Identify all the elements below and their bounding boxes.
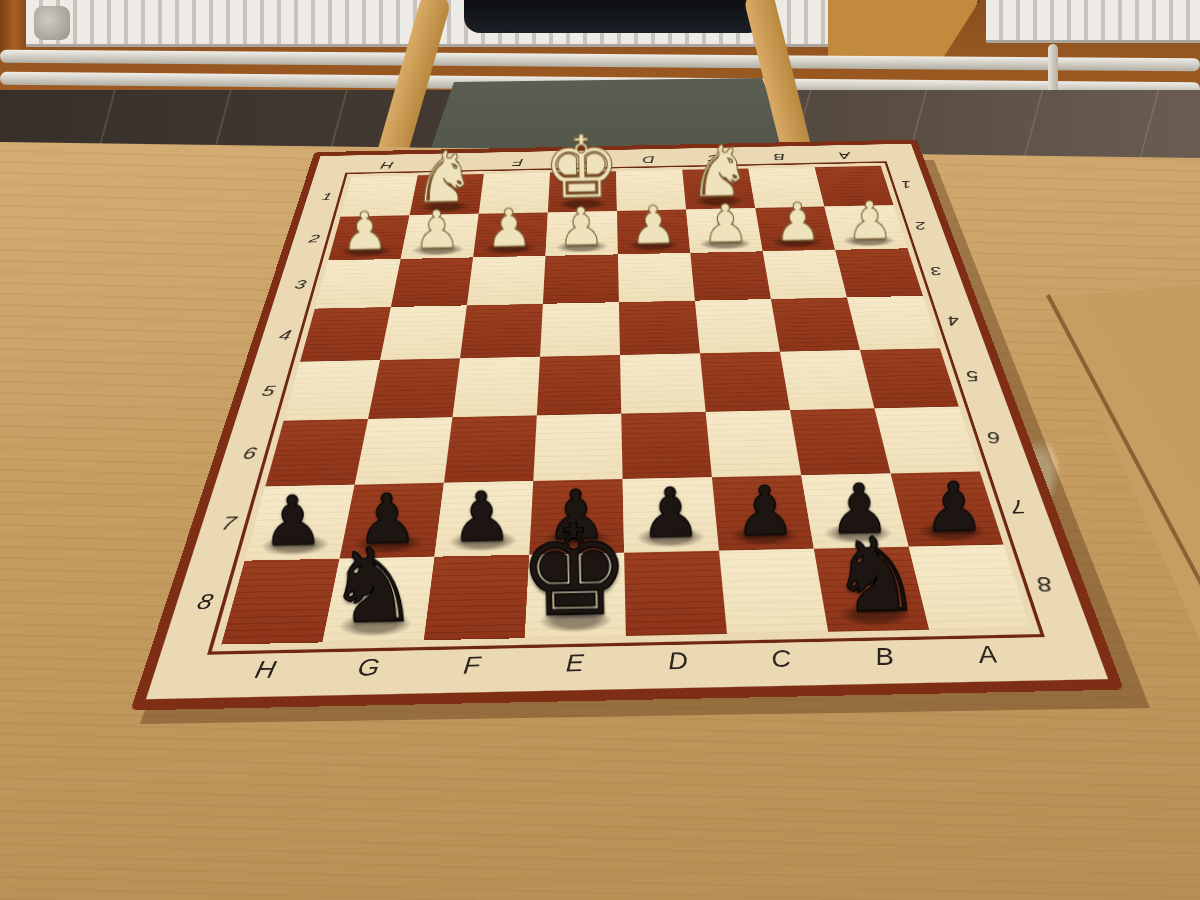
- file-label-bottom-g: G: [312, 640, 424, 695]
- black-knight-g8[interactable]: ♞: [326, 535, 421, 635]
- file-label-bottom-d: D: [626, 634, 732, 689]
- square-c3[interactable]: [690, 251, 771, 300]
- white-pawn-h2[interactable]: ♟: [341, 206, 389, 257]
- square-f3[interactable]: [467, 256, 546, 305]
- file-label-bottom-b: B: [828, 630, 942, 685]
- radiator-right: [986, 0, 1200, 43]
- white-pawn-a2[interactable]: ♟: [846, 195, 894, 246]
- square-h3[interactable]: [315, 259, 401, 309]
- file-label-top-d: D: [616, 149, 683, 172]
- square-f5[interactable]: [452, 357, 540, 417]
- square-c6[interactable]: [706, 410, 802, 477]
- board-corner: [874, 144, 919, 166]
- black-king-e8[interactable]: ♚: [517, 509, 632, 631]
- black-pawn-f7[interactable]: ♟: [450, 484, 513, 550]
- rank-label-right-5: 5: [940, 347, 1007, 406]
- white-pawn-d2[interactable]: ♟: [629, 200, 677, 251]
- square-b6[interactable]: [790, 408, 891, 475]
- square-f6[interactable]: [444, 415, 537, 482]
- square-g3[interactable]: [391, 257, 473, 307]
- board-grid: HGFEDCBA1♞♚♞12♟♟♟♟♟♟♟♟2334455667♟♟♟♟♟♟♟♟…: [130, 140, 1123, 711]
- black-pawn-d7[interactable]: ♟: [639, 480, 702, 546]
- square-g5[interactable]: [368, 358, 460, 419]
- file-label-bottom-a: A: [929, 628, 1047, 683]
- square-d8[interactable]: [624, 551, 727, 636]
- black-pawn-a7[interactable]: ♟: [922, 474, 985, 540]
- square-c7[interactable]: ♟: [712, 475, 814, 550]
- square-h6[interactable]: [265, 419, 368, 487]
- file-label-top-f: F: [484, 151, 551, 174]
- square-d2[interactable]: ♟: [617, 209, 690, 254]
- file-label-top-b: B: [745, 146, 815, 169]
- square-e4[interactable]: [540, 302, 620, 356]
- square-h2[interactable]: ♟: [328, 215, 409, 260]
- square-c4[interactable]: [695, 299, 780, 353]
- square-b2[interactable]: ♟: [755, 207, 835, 252]
- square-d6[interactable]: [621, 412, 712, 479]
- square-d4[interactable]: [619, 301, 700, 355]
- black-knight-b8[interactable]: ♞: [829, 525, 924, 625]
- square-d3[interactable]: [618, 253, 695, 302]
- square-a3[interactable]: [835, 248, 923, 297]
- radiator-valve: [34, 6, 70, 40]
- square-d5[interactable]: [620, 353, 706, 413]
- square-g6[interactable]: [355, 417, 453, 485]
- rank-label-left-2: 2: [287, 217, 341, 262]
- file-label-top-a: A: [809, 144, 880, 167]
- square-e6[interactable]: [533, 414, 622, 481]
- square-h5[interactable]: [284, 360, 380, 421]
- file-label-bottom-h: H: [206, 642, 322, 698]
- board-surface: HGFEDCBA1♞♚♞12♟♟♟♟♟♟♟♟2334455667♟♟♟♟♟♟♟♟…: [130, 140, 1123, 711]
- black-pawn-h7[interactable]: ♟: [262, 488, 325, 554]
- chess-board: HGFEDCBA1♞♚♞12♟♟♟♟♟♟♟♟2334455667♟♟♟♟♟♟♟♟…: [237, 0, 1003, 738]
- square-b4[interactable]: [771, 297, 860, 351]
- black-pawn-c7[interactable]: ♟: [734, 478, 797, 544]
- square-b8[interactable]: ♞: [814, 547, 929, 632]
- square-f8[interactable]: [424, 555, 530, 641]
- white-pawn-b2[interactable]: ♟: [774, 197, 822, 248]
- square-e2[interactable]: ♟: [545, 211, 617, 256]
- square-c2[interactable]: ♟: [686, 208, 763, 253]
- white-pawn-f2[interactable]: ♟: [485, 203, 533, 254]
- square-g8[interactable]: ♞: [322, 557, 434, 643]
- white-pawn-g2[interactable]: ♟: [413, 204, 461, 255]
- square-h4[interactable]: [300, 307, 391, 362]
- file-label-bottom-c: C: [727, 632, 837, 687]
- square-e3[interactable]: [543, 254, 619, 303]
- square-c8[interactable]: [719, 549, 828, 634]
- white-pawn-e2[interactable]: ♟: [557, 201, 605, 252]
- room-scene: HGFEDCBA1♞♚♞12♟♟♟♟♟♟♟♟2334455667♟♟♟♟♟♟♟♟…: [0, 0, 1200, 900]
- square-g2[interactable]: ♟: [401, 214, 479, 259]
- white-pawn-c2[interactable]: ♟: [702, 198, 750, 249]
- board-corner: [314, 155, 358, 177]
- square-c5[interactable]: [700, 352, 790, 412]
- square-b3[interactable]: [763, 250, 847, 299]
- file-label-bottom-e: E: [522, 636, 627, 691]
- door-frame: [0, 0, 26, 52]
- square-e8[interactable]: ♚: [525, 553, 626, 638]
- square-e5[interactable]: [537, 355, 621, 415]
- rank-label-right-6: 6: [959, 406, 1031, 472]
- file-label-bottom-f: F: [417, 638, 525, 693]
- square-g4[interactable]: [380, 305, 467, 360]
- square-f2[interactable]: ♟: [473, 212, 548, 257]
- square-d7[interactable]: ♟: [623, 477, 719, 552]
- square-b5[interactable]: [780, 350, 874, 410]
- square-f4[interactable]: [460, 304, 543, 359]
